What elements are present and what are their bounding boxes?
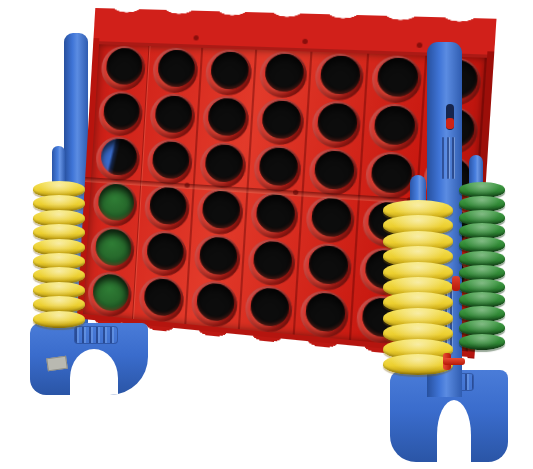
hole-c5r2 — [317, 102, 359, 142]
socket-c4r6 — [244, 284, 293, 334]
socket-c5r5 — [302, 241, 353, 291]
cell-c5r4 — [301, 193, 360, 244]
socket-c1r6 — [87, 270, 133, 318]
hole-c4r5 — [253, 240, 293, 281]
socket-c6r3 — [365, 150, 417, 200]
hole-c5r3 — [314, 149, 356, 189]
cell-c3r2 — [198, 94, 255, 143]
socket-c3r2 — [202, 95, 250, 143]
hole-c1r5 — [95, 227, 133, 266]
hole-c5r1 — [320, 55, 362, 95]
socket-c3r4 — [196, 187, 244, 235]
hole-c1r4 — [97, 182, 135, 221]
lever-bar — [443, 358, 465, 365]
socket-c4r1 — [259, 50, 309, 98]
cell-c3r1 — [200, 48, 257, 97]
cell-c1r2 — [94, 89, 148, 137]
hole-c1r6 — [92, 272, 130, 311]
hole-c2r2 — [154, 95, 193, 134]
foot-left-embossed-ribs — [75, 327, 117, 343]
hole-c1r3 — [100, 137, 138, 175]
cell-c4r2 — [251, 97, 309, 147]
hole-c4r2 — [261, 100, 302, 139]
hole-c4r3 — [258, 146, 299, 186]
hole-c3r1 — [210, 51, 250, 90]
cell-c2r5 — [137, 228, 192, 278]
cell-c4r5 — [243, 236, 301, 287]
disc-release-lever — [443, 353, 467, 370]
cell-c5r2 — [307, 99, 367, 149]
hole-c2r4 — [149, 186, 188, 225]
cell-c2r3 — [142, 137, 197, 186]
hole-c3r2 — [207, 97, 247, 136]
foot-left-arch-cutout — [70, 349, 118, 395]
socket-c4r2 — [256, 97, 306, 145]
hole-c2r5 — [146, 231, 185, 271]
release-tab — [452, 276, 460, 291]
cell-c2r2 — [145, 92, 200, 141]
hole-c3r3 — [204, 143, 244, 182]
cell-c1r6 — [83, 269, 137, 319]
hole-c4r4 — [256, 193, 296, 233]
cell-c4r6 — [240, 283, 298, 335]
hole-c3r4 — [202, 189, 242, 229]
socket-c6r1 — [371, 54, 423, 103]
cell-c1r1 — [96, 44, 150, 91]
hole-c2r1 — [157, 49, 196, 87]
latch-red-pin — [446, 118, 454, 129]
socket-c4r5 — [247, 237, 296, 287]
socket-c2r5 — [141, 229, 188, 277]
cell-c3r6 — [186, 278, 242, 329]
socket-c2r4 — [144, 184, 191, 232]
yellow-disc — [33, 311, 85, 328]
socket-c1r2 — [98, 90, 144, 137]
socket-c3r3 — [199, 141, 247, 189]
cell-c1r5 — [86, 224, 140, 273]
socket-c6r2 — [368, 102, 420, 152]
cell-c6r1 — [366, 54, 427, 105]
socket-c3r5 — [193, 233, 241, 282]
green-disc — [459, 334, 505, 350]
cell-c2r4 — [139, 183, 194, 232]
foot-right-arch-cutout — [437, 400, 471, 462]
cell-c4r1 — [254, 50, 312, 99]
hole-c5r6 — [305, 291, 346, 332]
socket-c5r4 — [305, 194, 356, 244]
cell-c5r3 — [304, 146, 364, 197]
cell-c6r2 — [363, 102, 424, 153]
socket-c2r3 — [146, 138, 193, 185]
socket-c1r3 — [95, 135, 141, 182]
hole-c1r2 — [103, 92, 141, 130]
post-groove — [452, 137, 454, 179]
cell-c1r3 — [91, 134, 145, 182]
post-groove — [447, 137, 449, 179]
foot-left-label-sticker — [46, 356, 68, 372]
cell-c4r3 — [249, 143, 307, 193]
socket-c2r2 — [149, 92, 196, 139]
hole-c5r5 — [308, 244, 349, 285]
socket-c5r1 — [314, 52, 365, 100]
socket-c3r6 — [190, 279, 238, 328]
giant-connect-four-scene — [0, 0, 533, 469]
post-latch-slot — [446, 104, 454, 130]
hole-c1r1 — [106, 47, 144, 85]
hole-c3r6 — [196, 282, 235, 322]
socket-c5r2 — [311, 100, 362, 149]
socket-c5r3 — [308, 147, 359, 196]
socket-c3r1 — [205, 49, 253, 96]
socket-c2r6 — [138, 274, 185, 323]
socket-c2r1 — [152, 47, 199, 94]
cell-c2r1 — [148, 46, 203, 94]
cell-c3r4 — [192, 186, 249, 236]
hole-c2r3 — [152, 140, 191, 179]
hole-c4r6 — [250, 286, 290, 327]
cell-c3r3 — [195, 140, 252, 190]
socket-c1r4 — [92, 180, 138, 227]
socket-c4r3 — [253, 144, 303, 193]
cell-c5r1 — [310, 52, 370, 102]
post-groove — [442, 137, 444, 179]
cell-c4r4 — [246, 190, 304, 241]
hole-c6r1 — [377, 57, 420, 97]
hole-c3r5 — [199, 235, 238, 275]
hole-c2r6 — [143, 277, 181, 317]
socket-c1r1 — [100, 45, 146, 91]
cell-c5r6 — [295, 288, 354, 340]
cell-c1r4 — [88, 179, 142, 228]
socket-c1r5 — [90, 225, 136, 273]
hole-c5r4 — [311, 197, 352, 238]
socket-c4r4 — [250, 191, 299, 240]
cell-c2r6 — [134, 274, 189, 324]
cell-c5r5 — [298, 241, 357, 293]
cell-c3r5 — [189, 232, 246, 283]
hole-c4r1 — [264, 53, 305, 92]
socket-c5r6 — [299, 289, 350, 340]
hole-c6r3 — [370, 153, 413, 194]
hole-c6r2 — [374, 105, 417, 146]
